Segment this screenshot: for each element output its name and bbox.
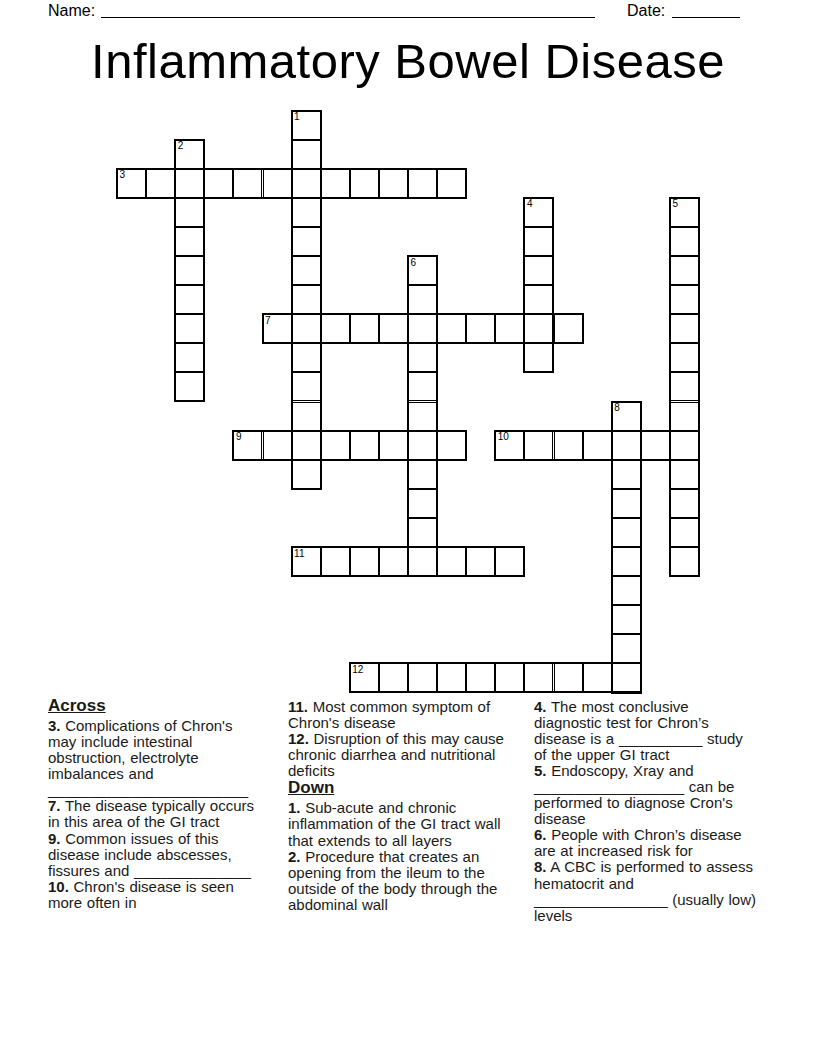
crossword-cell[interactable] — [263, 169, 292, 198]
crossword-cell[interactable] — [670, 489, 699, 518]
clue-10-across: 10. Chron's disease is seen more often i… — [48, 879, 256, 911]
clue-2-down: 2. Procedure that creates an opening fro… — [288, 849, 506, 913]
crossword-cell[interactable] — [350, 547, 379, 576]
crossword-cell[interactable] — [670, 402, 699, 431]
crossword-cell[interactable] — [263, 314, 292, 343]
clue-number-label: 7. — [48, 797, 61, 814]
crossword-cell[interactable] — [175, 140, 204, 169]
crossword-cell[interactable] — [292, 111, 321, 140]
crossword-cell[interactable] — [670, 372, 699, 401]
crossword-cell[interactable] — [554, 314, 583, 343]
crossword-cell[interactable] — [292, 314, 321, 343]
crossword-cell[interactable] — [495, 547, 524, 576]
crossword-cell[interactable] — [670, 518, 699, 547]
crossword-cell[interactable] — [175, 227, 204, 256]
crossword-cell[interactable] — [641, 431, 670, 460]
crossword-cell[interactable] — [175, 285, 204, 314]
clue-number-label: 12. — [288, 730, 309, 747]
clue-number-label: 6. — [534, 826, 547, 843]
crossword-cell[interactable] — [612, 605, 641, 634]
crossword-cell[interactable] — [379, 431, 408, 460]
crossword-cell[interactable] — [670, 460, 699, 489]
crossword-cell[interactable] — [321, 547, 350, 576]
crossword-cell[interactable] — [524, 431, 553, 460]
crossword-cell[interactable] — [437, 431, 466, 460]
crossword-cell[interactable] — [204, 169, 233, 198]
crossword-cell[interactable] — [292, 460, 321, 489]
crossword-cell[interactable] — [175, 372, 204, 401]
crossword-cell[interactable] — [408, 343, 437, 372]
crossword-cell[interactable] — [350, 169, 379, 198]
clue-column-right: 4. The most conclusive diagnostic test f… — [534, 699, 756, 924]
clue-number-label: 4. — [534, 698, 547, 715]
crossword-cell[interactable] — [292, 227, 321, 256]
crossword-cell[interactable] — [379, 314, 408, 343]
crossword-cell[interactable] — [495, 663, 524, 692]
crossword-cell[interactable] — [583, 431, 612, 460]
crossword-cell[interactable] — [554, 663, 583, 692]
crossword-cell[interactable] — [670, 198, 699, 227]
crossword-cell[interactable] — [495, 431, 524, 460]
clue-number-label: 3. — [48, 717, 61, 734]
crossword-cell[interactable] — [524, 343, 553, 372]
crossword-cell[interactable] — [175, 343, 204, 372]
clue-5-down: 5. Endoscopy, Xray and _________________… — [534, 763, 756, 827]
clue-7-across: 7. The disease typically occurs in this … — [48, 798, 256, 830]
crossword-cell[interactable] — [233, 169, 262, 198]
crossword-cell[interactable] — [292, 372, 321, 401]
crossword-cell[interactable] — [524, 198, 553, 227]
crossword-cell[interactable] — [612, 663, 641, 692]
crossword-cell[interactable] — [670, 227, 699, 256]
clue-number-label: 1. — [288, 799, 301, 816]
crossword-cell[interactable] — [408, 489, 437, 518]
clues-heading-down: Down — [288, 779, 506, 797]
crossword-cell[interactable] — [408, 256, 437, 285]
crossword-cell[interactable] — [146, 169, 175, 198]
crossword-cell[interactable] — [292, 256, 321, 285]
crossword-cell[interactable] — [437, 314, 466, 343]
crossword-cell[interactable] — [524, 227, 553, 256]
crossword-cell[interactable] — [437, 169, 466, 198]
crossword-cell[interactable] — [408, 547, 437, 576]
crossword-cell[interactable] — [321, 431, 350, 460]
crossword-cell[interactable] — [350, 663, 379, 692]
crossword-cell[interactable] — [524, 256, 553, 285]
clue-number-label: 11. — [288, 698, 308, 715]
crossword-cell[interactable] — [292, 547, 321, 576]
clue-number-label: 8. — [534, 858, 547, 875]
clue-column-middle: 11. Most common symptom of Chron's disea… — [288, 699, 506, 913]
crossword-cell[interactable] — [292, 169, 321, 198]
crossword-cell[interactable] — [292, 343, 321, 372]
crossword-cell[interactable] — [612, 547, 641, 576]
crossword-cell[interactable] — [379, 663, 408, 692]
crossword-cell[interactable] — [292, 431, 321, 460]
crossword-cell[interactable] — [612, 634, 641, 663]
crossword-cell[interactable] — [524, 314, 553, 343]
crossword-cell[interactable] — [437, 663, 466, 692]
crossword-cell[interactable] — [612, 460, 641, 489]
clue-11-across: 11. Most common symptom of Chron's disea… — [288, 699, 506, 731]
crossword-cell[interactable] — [670, 256, 699, 285]
crossword-cell[interactable] — [117, 169, 146, 198]
clues-heading-across: Across — [48, 697, 256, 715]
crossword-cell[interactable] — [670, 431, 699, 460]
crossword-cell[interactable] — [408, 169, 437, 198]
crossword-cell[interactable] — [495, 314, 524, 343]
clue-number-label: 10. — [48, 878, 69, 895]
crossword-cell[interactable] — [466, 663, 495, 692]
clue-8-down: 8. A CBC is performed to assess hematocr… — [534, 859, 756, 923]
crossword-cell[interactable] — [321, 169, 350, 198]
clue-6-down: 6. People with Chron’s disease are at in… — [534, 827, 756, 859]
clue-column-left: Across3. Complications of Chron's may in… — [48, 697, 256, 911]
crossword-cell[interactable] — [670, 547, 699, 576]
clue-number-label: 9. — [48, 830, 61, 847]
crossword-cell[interactable] — [292, 198, 321, 227]
crossword-cell[interactable] — [524, 663, 553, 692]
crossword-cell[interactable] — [612, 431, 641, 460]
clue-9-across: 9. Common issues of this disease include… — [48, 831, 256, 879]
crossword-cell[interactable] — [379, 547, 408, 576]
crossword-cell[interactable] — [408, 663, 437, 692]
clue-number-label: 2. — [288, 848, 301, 865]
crossword-cell[interactable] — [350, 314, 379, 343]
clue-4-down: 4. The most conclusive diagnostic test f… — [534, 699, 756, 763]
crossword-cell[interactable] — [350, 431, 379, 460]
crossword-cell[interactable] — [466, 314, 495, 343]
crossword-cell[interactable] — [408, 431, 437, 460]
crossword-cell[interactable] — [408, 518, 437, 547]
clue-3-across: 3. Complications of Chron's may include … — [48, 718, 256, 798]
crossword-cell[interactable] — [263, 431, 292, 460]
crossword-cell[interactable] — [233, 431, 262, 460]
worksheet-page: Name: Date: Inflammatory Bowel Disease 1… — [0, 0, 816, 1056]
crossword-cell[interactable] — [670, 314, 699, 343]
crossword-cell[interactable] — [670, 285, 699, 314]
crossword-cell[interactable] — [175, 198, 204, 227]
clue-number-label: 5. — [534, 762, 547, 779]
crossword-cell[interactable] — [292, 402, 321, 431]
crossword-cell[interactable] — [175, 169, 204, 198]
crossword-cell[interactable] — [408, 314, 437, 343]
crossword-cell[interactable] — [175, 256, 204, 285]
crossword-cell[interactable] — [408, 372, 437, 401]
crossword-cell[interactable] — [408, 402, 437, 431]
crossword-cell[interactable] — [408, 285, 437, 314]
crossword-cell[interactable] — [554, 431, 583, 460]
crossword-cell[interactable] — [408, 460, 437, 489]
crossword-cell[interactable] — [612, 489, 641, 518]
clue-12-across: 12. Disruption of this may cause chronic… — [288, 731, 506, 779]
crossword-cell[interactable] — [670, 343, 699, 372]
crossword-cell[interactable] — [583, 663, 612, 692]
crossword-cell[interactable] — [292, 140, 321, 169]
clue-1-down: 1. Sub-acute and chronic inflammation of… — [288, 800, 506, 848]
crossword-cell[interactable] — [612, 402, 641, 431]
crossword-cell[interactable] — [612, 576, 641, 605]
crossword-cell[interactable] — [321, 314, 350, 343]
crossword-cell[interactable] — [466, 547, 495, 576]
crossword-cell[interactable] — [524, 285, 553, 314]
crossword-cell[interactable] — [612, 518, 641, 547]
crossword-cell[interactable] — [437, 547, 466, 576]
crossword-cell[interactable] — [379, 169, 408, 198]
crossword-cell[interactable] — [175, 314, 204, 343]
crossword-cell[interactable] — [292, 285, 321, 314]
